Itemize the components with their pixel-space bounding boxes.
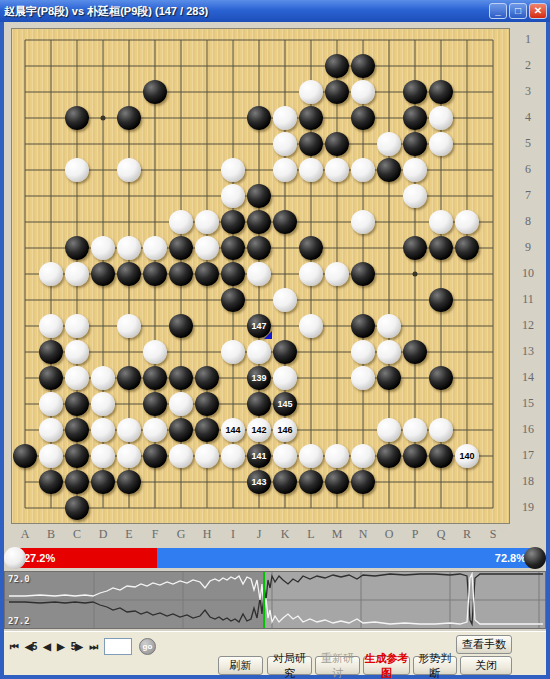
window-title: 赵晨宇(P8段) vs 朴廷桓(P9段) (147 / 283): [0, 4, 489, 19]
col-label: S: [483, 527, 503, 542]
black-stone: [65, 496, 89, 520]
black-stone: [403, 80, 427, 104]
black-stone: [325, 80, 349, 104]
black-stone: [143, 262, 167, 286]
action-button-5[interactable]: 形势判断: [413, 656, 457, 675]
col-label: P: [405, 527, 425, 542]
col-label: Q: [431, 527, 451, 542]
white-stone: [299, 262, 323, 286]
white-stone: [91, 444, 115, 468]
move-number-label: 145: [277, 399, 292, 409]
row-label: 2: [511, 58, 545, 73]
white-stone: [65, 262, 89, 286]
white-stone: [117, 158, 141, 182]
white-stone: [117, 418, 141, 442]
white-stone: 142: [247, 418, 271, 442]
white-stone: [221, 444, 245, 468]
black-stone: [299, 106, 323, 130]
black-stone: [221, 288, 245, 312]
black-stone: [169, 314, 193, 338]
white-stone: [39, 262, 63, 286]
black-stone: [273, 470, 297, 494]
black-stone: [403, 236, 427, 260]
move-number-label: 144: [225, 425, 240, 435]
black-stone: [221, 236, 245, 260]
black-stone: 139: [247, 366, 271, 390]
white-stone: [65, 340, 89, 364]
action-button-2[interactable]: 对局研究: [267, 656, 312, 675]
white-stone: [39, 392, 63, 416]
white-stone: [351, 366, 375, 390]
white-stone: [65, 158, 89, 182]
white-stone: [195, 444, 219, 468]
white-stone: [221, 340, 245, 364]
col-label: J: [249, 527, 269, 542]
white-stone: [429, 132, 453, 156]
black-stone: [117, 262, 141, 286]
black-stone: [325, 132, 349, 156]
black-stone: [403, 444, 427, 468]
row-label: 17: [511, 448, 545, 463]
black-stone: [351, 314, 375, 338]
white-stone: [325, 444, 349, 468]
row-label: 6: [511, 162, 545, 177]
row-label: 12: [511, 318, 545, 333]
white-stone: [91, 236, 115, 260]
playback-controls: ⏮◀5◀▶5▶⏭go: [10, 638, 156, 655]
black-stone: [351, 262, 375, 286]
white-stone: [273, 366, 297, 390]
black-stone: [429, 236, 453, 260]
black-stone: [39, 340, 63, 364]
black-stone: [351, 54, 375, 78]
move-number-label: 142: [251, 425, 266, 435]
go-board[interactable]: 147139145144142146141140143: [12, 29, 509, 523]
graph-plot: [5, 572, 545, 628]
black-stone: [221, 210, 245, 234]
white-stone: [65, 366, 89, 390]
title-bar[interactable]: 赵晨宇(P8段) vs 朴廷桓(P9段) (147 / 283) _ □ ✕: [0, 0, 550, 22]
white-stone: [39, 418, 63, 442]
back-5-button[interactable]: ◀5: [25, 641, 36, 652]
white-stone: [143, 236, 167, 260]
white-stone: [143, 418, 167, 442]
white-stone: [169, 210, 193, 234]
white-stone: [377, 418, 401, 442]
white-stone: [377, 132, 401, 156]
row-label: 15: [511, 396, 545, 411]
black-stone: [117, 106, 141, 130]
black-stone: [377, 444, 401, 468]
back-button[interactable]: ◀: [43, 641, 50, 652]
white-stone: [91, 392, 115, 416]
white-stone: [403, 184, 427, 208]
black-stone: [247, 392, 271, 416]
white-stone: [117, 314, 141, 338]
col-label: R: [457, 527, 477, 542]
black-stone: [91, 470, 115, 494]
row-labels: 12345678910111213141516171819: [511, 29, 545, 523]
black-stone: [195, 418, 219, 442]
action-button-6[interactable]: 关闭: [460, 656, 512, 675]
col-label: N: [353, 527, 373, 542]
move-number-input[interactable]: [104, 638, 132, 655]
col-label: C: [67, 527, 87, 542]
black-stone: [169, 366, 193, 390]
row-label: 4: [511, 110, 545, 125]
move-number-label: 146: [277, 425, 292, 435]
black-stone: [143, 80, 167, 104]
col-label: H: [197, 527, 217, 542]
action-button-4[interactable]: 生成参考图: [363, 656, 410, 675]
first-move-button[interactable]: ⏮: [10, 641, 18, 653]
col-label: O: [379, 527, 399, 542]
white-stone: [351, 210, 375, 234]
white-stone: [65, 314, 89, 338]
col-label: I: [223, 527, 243, 542]
minimize-button[interactable]: _: [489, 3, 507, 19]
black-stone: [169, 418, 193, 442]
winrate-bar: 27.2% 72.8%: [4, 546, 546, 570]
white-stone: [351, 158, 375, 182]
winrate-graph[interactable]: 72.0 27.2: [4, 571, 546, 629]
col-label: A: [15, 527, 35, 542]
black-stone: 143: [247, 470, 271, 494]
black-stone: [299, 132, 323, 156]
black-stone: [39, 366, 63, 390]
black-stone: [65, 236, 89, 260]
white-stone: [169, 392, 193, 416]
black-stone: [169, 262, 193, 286]
go-button[interactable]: go: [139, 638, 156, 655]
white-stone: [169, 444, 193, 468]
column-labels: ABCDEFGHIJKLMNOPQRS: [12, 525, 509, 543]
white-stone: [455, 210, 479, 234]
winrate-track: 27.2% 72.8%: [16, 548, 534, 568]
graph-top-value: 72.0: [8, 574, 30, 584]
black-stone: [65, 106, 89, 130]
row-label: 8: [511, 214, 545, 229]
white-stone: [39, 314, 63, 338]
white-stone: [117, 236, 141, 260]
maximize-button[interactable]: □: [509, 3, 527, 19]
move-number-label: 143: [251, 477, 266, 487]
col-label: D: [93, 527, 113, 542]
row-label: 1: [511, 32, 545, 47]
black-winrate-label: 72.8%: [495, 552, 526, 564]
white-stone: [195, 210, 219, 234]
white-stone: [325, 158, 349, 182]
black-stone: 145: [273, 392, 297, 416]
row-label: 19: [511, 500, 545, 515]
black-stone: [377, 158, 401, 182]
row-label: 14: [511, 370, 545, 385]
black-stone: [221, 262, 245, 286]
black-stone: [195, 262, 219, 286]
black-stone: [13, 444, 37, 468]
black-stone: [273, 210, 297, 234]
black-stone: [117, 470, 141, 494]
black-stone: 141: [247, 444, 271, 468]
black-stone: [429, 288, 453, 312]
white-stone: [221, 158, 245, 182]
black-stone: [65, 470, 89, 494]
row-label: 5: [511, 136, 545, 151]
col-label: G: [171, 527, 191, 542]
move-number-label: 147: [251, 321, 266, 331]
white-stone: [403, 418, 427, 442]
white-stone: [377, 314, 401, 338]
forward-5-button[interactable]: 5▶: [71, 641, 82, 652]
row-label: 13: [511, 344, 545, 359]
black-stone-icon: [524, 547, 546, 569]
white-stone: 140: [455, 444, 479, 468]
row-label: 11: [511, 292, 545, 307]
black-stone: [403, 340, 427, 364]
white-stone: [247, 340, 271, 364]
black-stone: [299, 236, 323, 260]
black-stone: [169, 236, 193, 260]
black-stone: [195, 366, 219, 390]
black-stone: [299, 470, 323, 494]
white-stone: [247, 262, 271, 286]
white-stone: [351, 340, 375, 364]
white-stone: [351, 80, 375, 104]
black-stone: [351, 106, 375, 130]
row-label: 9: [511, 240, 545, 255]
white-stone: [273, 288, 297, 312]
window-controls: _ □ ✕: [489, 3, 550, 19]
black-stone: [429, 366, 453, 390]
row-label: 16: [511, 422, 545, 437]
white-stone-icon: [4, 547, 26, 569]
col-label: L: [301, 527, 321, 542]
black-stone: [65, 392, 89, 416]
white-stone: [91, 418, 115, 442]
col-label: E: [119, 527, 139, 542]
col-label: F: [145, 527, 165, 542]
last-move-button[interactable]: ⏭: [89, 641, 97, 653]
white-stone: [39, 444, 63, 468]
white-stone: 144: [221, 418, 245, 442]
graph-bottom-value: 27.2: [8, 616, 30, 626]
forward-button[interactable]: ▶: [57, 641, 64, 652]
col-label: K: [275, 527, 295, 542]
white-stone: [273, 106, 297, 130]
white-stone: [351, 444, 375, 468]
black-stone: [325, 54, 349, 78]
white-stone: [403, 158, 427, 182]
close-button[interactable]: ✕: [529, 3, 547, 19]
white-stone: [325, 262, 349, 286]
white-stone: [143, 340, 167, 364]
white-stone: [273, 444, 297, 468]
row-label: 10: [511, 266, 545, 281]
black-stone: [247, 236, 271, 260]
move-number-label: 139: [251, 373, 266, 383]
black-stone: [65, 444, 89, 468]
black-stone: [273, 340, 297, 364]
white-stone: 146: [273, 418, 297, 442]
white-stone: [429, 210, 453, 234]
white-stone: [221, 184, 245, 208]
white-stone: [273, 132, 297, 156]
black-stone: [195, 392, 219, 416]
black-stone: [143, 444, 167, 468]
black-stone: [39, 470, 63, 494]
white-stone: [299, 444, 323, 468]
row-label: 3: [511, 84, 545, 99]
action-button-1[interactable]: 刷新: [218, 656, 263, 675]
move-number-label: 140: [459, 451, 474, 461]
white-stone: [299, 314, 323, 338]
black-stone: [143, 392, 167, 416]
action-button-3[interactable]: 重新研讨: [315, 656, 360, 675]
app-window: 赵晨宇(P8段) vs 朴廷桓(P9段) (147 / 283) _ □ ✕ 1…: [0, 0, 550, 679]
move-number-label: 141: [251, 451, 266, 461]
black-stone: [377, 366, 401, 390]
control-panel: ⏮◀5◀▶5▶⏭go 查看手数 刷新对局研究重新研讨生成参考图形势判断关闭: [4, 631, 546, 675]
black-stone: [91, 262, 115, 286]
black-stone: [351, 470, 375, 494]
white-winrate-label: 27.2%: [24, 552, 55, 564]
view-moves-button[interactable]: 查看手数: [456, 635, 512, 654]
black-stone: [429, 80, 453, 104]
white-stone: [195, 236, 219, 260]
black-stone: [143, 366, 167, 390]
black-stone: [325, 470, 349, 494]
black-stone: [117, 366, 141, 390]
last-move-marker-icon: [264, 331, 272, 339]
white-stone: [273, 158, 297, 182]
white-stone: [299, 158, 323, 182]
row-label: 7: [511, 188, 545, 203]
col-label: B: [41, 527, 61, 542]
client-area: 147139145144142146141140143 ABCDEFGHIJKL…: [4, 22, 546, 675]
white-stone: [91, 366, 115, 390]
row-label: 18: [511, 474, 545, 489]
white-stone: [429, 106, 453, 130]
black-stone: [429, 444, 453, 468]
black-stone: [403, 106, 427, 130]
black-stone: [247, 184, 271, 208]
white-stone: [117, 444, 141, 468]
col-label: M: [327, 527, 347, 542]
black-stone: [65, 418, 89, 442]
white-stone: [299, 80, 323, 104]
black-stone: [247, 210, 271, 234]
white-stone: [429, 418, 453, 442]
black-stone: [403, 132, 427, 156]
white-stone: [377, 340, 401, 364]
black-stone: [455, 236, 479, 260]
black-stone: [247, 106, 271, 130]
